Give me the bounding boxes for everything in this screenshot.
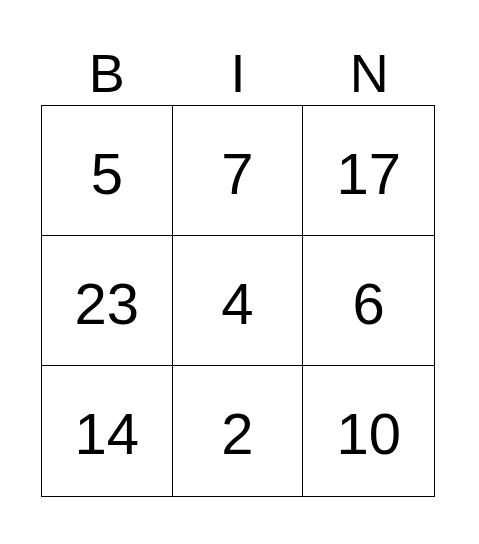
bingo-cell-r3c3[interactable]: 10 bbox=[303, 366, 434, 496]
bingo-cell-r1c2[interactable]: 7 bbox=[173, 106, 304, 236]
bingo-grid: 5 7 17 23 4 6 14 2 10 bbox=[41, 105, 435, 497]
column-header-n: N bbox=[304, 46, 435, 100]
bingo-cell-r2c1[interactable]: 23 bbox=[42, 236, 173, 366]
bingo-cell-r3c2[interactable]: 2 bbox=[173, 366, 304, 496]
bingo-cell-r3c1[interactable]: 14 bbox=[42, 366, 173, 496]
bingo-card: B I N 5 7 17 23 4 6 14 2 10 bbox=[0, 0, 479, 544]
bingo-cell-r1c3[interactable]: 17 bbox=[303, 106, 434, 236]
bingo-cell-r2c2[interactable]: 4 bbox=[173, 236, 304, 366]
bingo-cell-r1c1[interactable]: 5 bbox=[42, 106, 173, 236]
column-header-row: B I N bbox=[41, 46, 435, 100]
column-header-b: B bbox=[41, 46, 172, 100]
bingo-cell-r2c3[interactable]: 6 bbox=[303, 236, 434, 366]
column-header-i: I bbox=[172, 46, 303, 100]
